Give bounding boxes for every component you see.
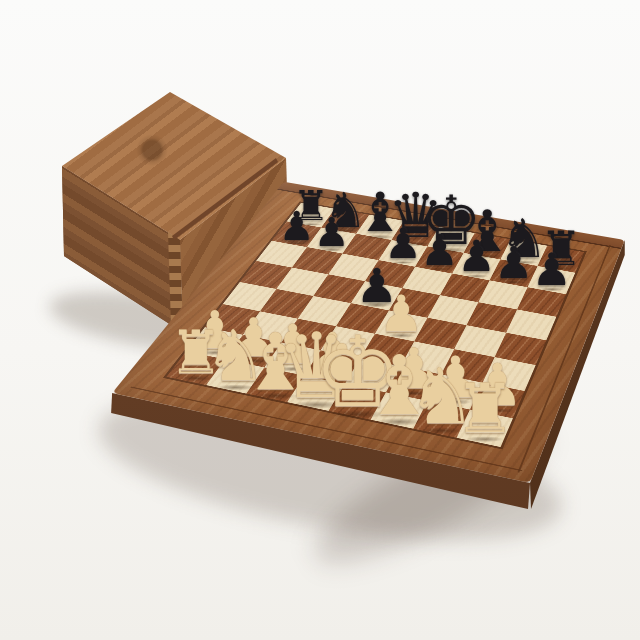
product-photo: ♜♞♝♛♚♝♞♜♟♟♟♟♟♟♟♟♟♟♟♟♟♟♟♟♜♞♝♛♚♝♞♜ (0, 0, 640, 640)
